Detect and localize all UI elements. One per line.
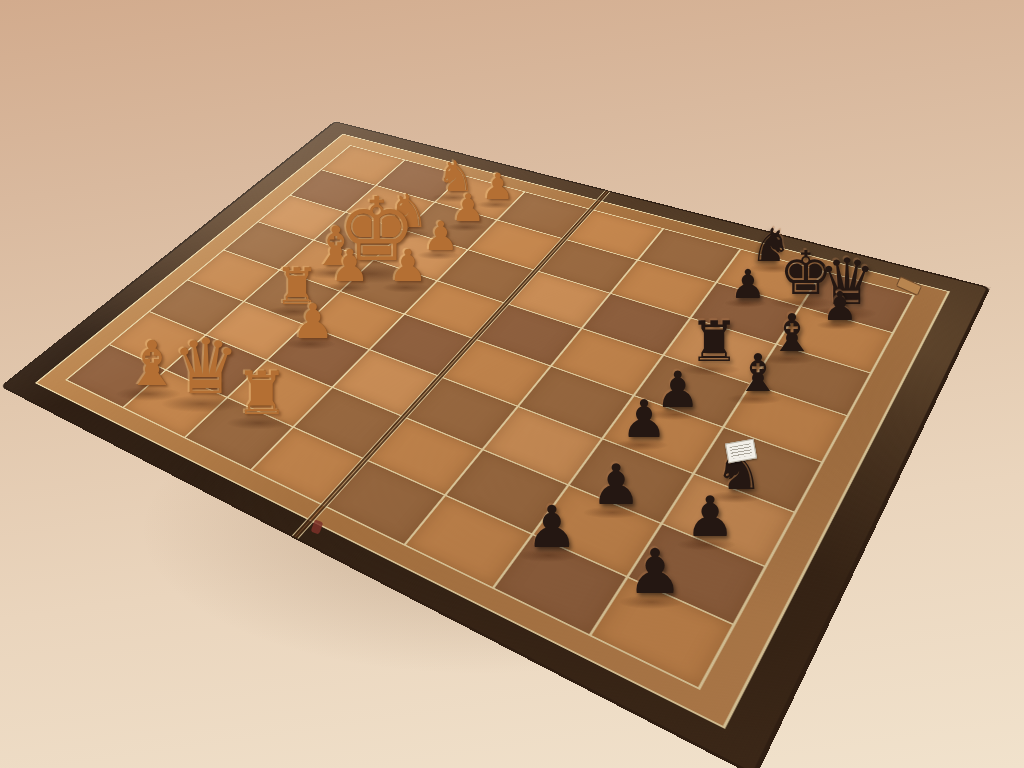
black-pawn: ♟ <box>627 541 683 603</box>
black-pawn: ♟ <box>526 498 578 556</box>
white-pawn: ♟ <box>330 244 369 288</box>
photograph: ♝♛♜♜♝♚♞♞♟♟♟♟♟♟♞♚♛♟♟♝♜♝♞♟♟♟♟♟♟ <box>0 0 1024 768</box>
black-pawn: ♟ <box>621 393 668 445</box>
white-pawn: ♟ <box>291 297 334 345</box>
white-pawn: ♟ <box>388 244 427 288</box>
white-queen: ♛ <box>172 329 240 405</box>
black-pawn: ♟ <box>822 286 858 326</box>
black-pawn: ♟ <box>591 457 641 513</box>
black-bishop: ♝ <box>735 347 782 399</box>
white-pawn: ♟ <box>423 216 459 256</box>
black-pawn: ♟ <box>685 489 735 545</box>
white-rook: ♜ <box>235 363 289 423</box>
chess-pieces-layer: ♝♛♜♜♝♚♞♞♟♟♟♟♟♟♞♚♛♟♟♝♜♝♞♟♟♟♟♟♟ <box>0 0 1024 768</box>
black-pawn: ♟ <box>730 264 766 304</box>
white-pawn: ♟ <box>482 169 514 205</box>
